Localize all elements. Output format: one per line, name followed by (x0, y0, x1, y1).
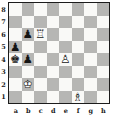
file-label-g: g (85, 106, 98, 116)
rank-label-5: 5 (0, 41, 7, 54)
square-d3[interactable] (47, 66, 60, 79)
rank-label-8: 8 (0, 4, 7, 17)
square-a4[interactable]: ♚ (9, 53, 22, 66)
square-d8[interactable] (47, 3, 60, 16)
square-e1[interactable] (59, 91, 72, 104)
piece-white-pawn-e4[interactable]: ♟♙ (59, 53, 72, 66)
square-h8[interactable] (97, 3, 110, 16)
square-d6[interactable] (47, 28, 60, 41)
square-d7[interactable] (47, 16, 60, 29)
square-c4[interactable] (34, 53, 47, 66)
rank-label-2: 2 (0, 79, 7, 92)
file-label-a: a (10, 106, 23, 116)
square-c2[interactable] (34, 78, 47, 91)
file-label-e: e (60, 106, 73, 116)
piece-black-pawn-b4[interactable]: ♟ (22, 53, 35, 66)
square-a6[interactable] (9, 28, 22, 41)
white-pawn-outline-glyph: ♙ (59, 53, 72, 66)
square-a2[interactable] (9, 78, 22, 91)
square-h1[interactable] (97, 91, 110, 104)
white-king-outline-glyph: ♔ (22, 78, 35, 91)
file-label-h: h (97, 106, 110, 116)
square-h3[interactable] (97, 66, 110, 79)
file-label-d: d (47, 106, 60, 116)
piece-white-rook-c6[interactable]: ♜♖ (34, 28, 47, 41)
square-b2[interactable]: ♚♔ (22, 78, 35, 91)
square-c8[interactable] (34, 3, 47, 16)
square-e3[interactable] (59, 66, 72, 79)
square-h2[interactable] (97, 78, 110, 91)
piece-white-bishop-f1[interactable]: ♝♗ (72, 91, 85, 104)
square-f7[interactable] (72, 16, 85, 29)
file-label-f: f (72, 106, 85, 116)
square-d2[interactable] (47, 78, 60, 91)
file-label-b: b (22, 106, 35, 116)
square-e4[interactable]: ♟♙ (59, 53, 72, 66)
piece-black-pawn-b6[interactable]: ♟ (22, 28, 35, 41)
white-rook-outline-glyph: ♖ (34, 28, 47, 41)
square-e8[interactable] (59, 3, 72, 16)
black-pawn-glyph: ♟ (22, 53, 35, 66)
square-b1[interactable] (22, 91, 35, 104)
black-pawn-glyph: ♟ (22, 28, 35, 41)
square-f4[interactable] (72, 53, 85, 66)
square-d5[interactable] (47, 41, 60, 54)
square-g4[interactable] (84, 53, 97, 66)
square-h6[interactable] (97, 28, 110, 41)
piece-white-king-b2[interactable]: ♚♔ (22, 78, 35, 91)
chess-board: ♟♜♖♟♚♟♟♙♚♔♝♗ (8, 2, 110, 104)
square-g6[interactable] (84, 28, 97, 41)
square-b8[interactable] (22, 3, 35, 16)
rank-label-6: 6 (0, 29, 7, 42)
white-bishop-outline-glyph: ♗ (72, 91, 85, 104)
square-g2[interactable] (84, 78, 97, 91)
square-c1[interactable] (34, 91, 47, 104)
square-g5[interactable] (84, 41, 97, 54)
square-b6[interactable]: ♟ (22, 28, 35, 41)
chess-diagram: 87654321 ♟♜♖♟♚♟♟♙♚♔♝♗ abcdefgh (0, 0, 118, 118)
square-g1[interactable] (84, 91, 97, 104)
square-d1[interactable] (47, 91, 60, 104)
square-a7[interactable] (9, 16, 22, 29)
square-c6[interactable]: ♜♖ (34, 28, 47, 41)
square-g7[interactable] (84, 16, 97, 29)
square-h5[interactable] (97, 41, 110, 54)
square-e7[interactable] (59, 16, 72, 29)
square-f8[interactable] (72, 3, 85, 16)
square-c5[interactable] (34, 41, 47, 54)
file-labels: abcdefgh (10, 106, 110, 116)
square-a8[interactable] (9, 3, 22, 16)
rank-labels: 87654321 (0, 4, 7, 104)
square-a1[interactable] (9, 91, 22, 104)
square-a3[interactable] (9, 66, 22, 79)
square-c3[interactable] (34, 66, 47, 79)
square-f3[interactable] (72, 66, 85, 79)
square-g3[interactable] (84, 66, 97, 79)
rank-label-4: 4 (0, 54, 7, 67)
square-e6[interactable] (59, 28, 72, 41)
square-e2[interactable] (59, 78, 72, 91)
square-f6[interactable] (72, 28, 85, 41)
rank-label-3: 3 (0, 66, 7, 79)
square-h4[interactable] (97, 53, 110, 66)
square-b4[interactable]: ♟ (22, 53, 35, 66)
file-label-c: c (35, 106, 48, 116)
square-f5[interactable] (72, 41, 85, 54)
black-king-glyph: ♚ (9, 53, 22, 66)
square-d4[interactable] (47, 53, 60, 66)
rank-label-1: 1 (0, 91, 7, 104)
square-h7[interactable] (97, 16, 110, 29)
square-g8[interactable] (84, 3, 97, 16)
piece-black-king-a4[interactable]: ♚ (9, 53, 22, 66)
rank-label-7: 7 (0, 16, 7, 29)
square-f1[interactable]: ♝♗ (72, 91, 85, 104)
square-f2[interactable] (72, 78, 85, 91)
